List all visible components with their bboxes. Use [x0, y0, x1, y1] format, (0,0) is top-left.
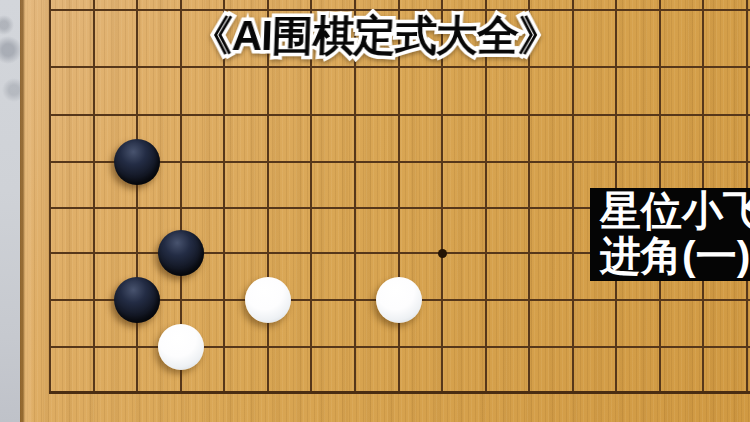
caption-line-2: 进角(一): [600, 234, 750, 279]
caption-box: 星位小飞 进角(一): [590, 188, 750, 281]
video-frame: 《AI围棋定式大全》 星位小飞 进角(一): [0, 0, 750, 422]
grid-vline-1: [49, 0, 51, 394]
grid-hline-1: [49, 391, 750, 394]
grid-hline-9: [49, 9, 750, 11]
grid-vline-12: [528, 0, 530, 394]
black-stone-D4: [158, 230, 204, 276]
star-point: [438, 249, 447, 258]
grid-vline-7: [310, 0, 312, 394]
grid-hline-8: [49, 66, 750, 68]
board-left-edge: [20, 0, 34, 422]
grid-vline-6: [267, 0, 269, 394]
grid-vline-2: [93, 0, 95, 394]
white-stone-J3: [376, 277, 422, 323]
grid-vline-3: [136, 0, 138, 394]
grid-vline-8: [354, 0, 356, 394]
black-stone-C6: [114, 139, 160, 185]
grid-vline-13: [572, 0, 574, 394]
caption-line-1: 星位小飞: [600, 189, 750, 234]
grid-vline-11: [485, 0, 487, 394]
grid-hline-2: [49, 346, 750, 348]
grid-vline-5: [223, 0, 225, 394]
white-stone-F3: [245, 277, 291, 323]
white-stone-D2: [158, 324, 204, 370]
background-wall: [0, 0, 22, 422]
grid-vline-9: [398, 0, 400, 394]
grid-vline-10: [441, 0, 443, 394]
grid-hline-7: [49, 114, 750, 116]
black-stone-C3: [114, 277, 160, 323]
